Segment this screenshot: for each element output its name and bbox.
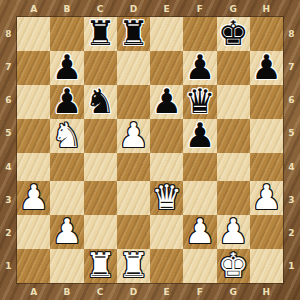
square-f6[interactable]: ♛ [183, 85, 216, 119]
rank-label: 2 [283, 217, 300, 250]
square-c5[interactable] [84, 119, 117, 153]
white-pawn[interactable]: ♟ [251, 180, 281, 214]
white-rook[interactable]: ♜ [118, 248, 148, 282]
square-d1[interactable]: ♜ [117, 249, 150, 283]
black-pawn[interactable]: ♟ [185, 50, 215, 84]
square-a8[interactable] [17, 17, 50, 51]
rank-label: 5 [283, 117, 300, 150]
rank-label: 5 [0, 117, 17, 150]
square-f8[interactable] [183, 17, 216, 51]
square-a1[interactable] [17, 249, 50, 283]
square-e1[interactable] [150, 249, 183, 283]
square-c2[interactable] [84, 215, 117, 249]
file-label: E [150, 0, 183, 17]
square-h5[interactable] [250, 119, 283, 153]
square-c1[interactable]: ♜ [84, 249, 117, 283]
file-label: F [183, 0, 216, 17]
rank-label: 4 [0, 150, 17, 183]
white-pawn[interactable]: ♟ [118, 118, 148, 152]
square-a6[interactable] [17, 85, 50, 119]
black-knight[interactable]: ♞ [85, 84, 115, 118]
square-e6[interactable]: ♟ [150, 85, 183, 119]
file-label: F [183, 283, 216, 300]
white-knight[interactable]: ♞ [52, 118, 82, 152]
square-e2[interactable] [150, 215, 183, 249]
square-f5[interactable]: ♟ [183, 119, 216, 153]
square-g3[interactable] [217, 181, 250, 215]
rank-label: 2 [0, 217, 17, 250]
black-rook[interactable]: ♜ [85, 16, 115, 50]
square-h7[interactable]: ♟ [250, 51, 283, 85]
white-queen[interactable]: ♛ [151, 180, 181, 214]
square-g1[interactable]: ♚ [217, 249, 250, 283]
rank-labels-right: 87654321 [283, 17, 300, 283]
square-g5[interactable] [217, 119, 250, 153]
square-b7[interactable]: ♟ [50, 51, 83, 85]
white-rook[interactable]: ♜ [85, 248, 115, 282]
square-d4[interactable] [117, 153, 150, 181]
square-c7[interactable] [84, 51, 117, 85]
rank-label: 7 [283, 50, 300, 83]
file-label: D [117, 283, 150, 300]
rank-label: 1 [283, 250, 300, 283]
rank-label: 1 [0, 250, 17, 283]
black-queen[interactable]: ♛ [185, 84, 215, 118]
square-g4[interactable] [217, 153, 250, 181]
black-pawn[interactable]: ♟ [185, 118, 215, 152]
square-b4[interactable] [50, 153, 83, 181]
square-b5[interactable]: ♞ [50, 119, 83, 153]
file-label: G [217, 283, 250, 300]
square-d7[interactable] [117, 51, 150, 85]
square-e5[interactable] [150, 119, 183, 153]
square-h2[interactable] [250, 215, 283, 249]
square-c4[interactable] [84, 153, 117, 181]
square-b8[interactable] [50, 17, 83, 51]
rank-label: 8 [283, 17, 300, 50]
square-d3[interactable] [117, 181, 150, 215]
rank-label: 6 [0, 84, 17, 117]
square-b6[interactable]: ♟ [50, 85, 83, 119]
file-label: A [17, 0, 50, 17]
file-labels-bottom: ABCDEFGH [17, 283, 283, 300]
white-pawn[interactable]: ♟ [18, 180, 48, 214]
file-label: B [50, 283, 83, 300]
square-a5[interactable] [17, 119, 50, 153]
rank-label: 3 [283, 183, 300, 216]
square-f2[interactable]: ♟ [183, 215, 216, 249]
white-king[interactable]: ♚ [218, 248, 248, 282]
square-a7[interactable] [17, 51, 50, 85]
black-pawn[interactable]: ♟ [151, 84, 181, 118]
black-king[interactable]: ♚ [218, 16, 248, 50]
square-f4[interactable] [183, 153, 216, 181]
white-pawn[interactable]: ♟ [218, 214, 248, 248]
rank-label: 8 [0, 17, 17, 50]
square-f1[interactable] [183, 249, 216, 283]
square-d8[interactable]: ♜ [117, 17, 150, 51]
file-label: B [50, 0, 83, 17]
rank-label: 7 [0, 50, 17, 83]
square-c6[interactable]: ♞ [84, 85, 117, 119]
rank-labels-left: 87654321 [0, 17, 17, 283]
chess-board-frame: ABCDEFGH ABCDEFGH 87654321 87654321 ♜♜♚♟… [0, 0, 300, 300]
square-h3[interactable]: ♟ [250, 181, 283, 215]
square-g8[interactable]: ♚ [217, 17, 250, 51]
square-h8[interactable] [250, 17, 283, 51]
square-g7[interactable] [217, 51, 250, 85]
square-e8[interactable] [150, 17, 183, 51]
square-g6[interactable] [217, 85, 250, 119]
square-b3[interactable] [50, 181, 83, 215]
square-d2[interactable] [117, 215, 150, 249]
black-rook[interactable]: ♜ [118, 16, 148, 50]
black-pawn[interactable]: ♟ [251, 50, 281, 84]
white-pawn[interactable]: ♟ [185, 214, 215, 248]
file-label: C [84, 283, 117, 300]
square-g2[interactable]: ♟ [217, 215, 250, 249]
square-c8[interactable]: ♜ [84, 17, 117, 51]
file-label: H [250, 0, 283, 17]
square-c3[interactable] [84, 181, 117, 215]
square-d6[interactable] [117, 85, 150, 119]
square-h1[interactable] [250, 249, 283, 283]
board: ♜♜♚♟♟♟♟♞♟♛♞♟♟♟♛♟♟♟♟♜♜♚ [17, 17, 283, 283]
square-f3[interactable] [183, 181, 216, 215]
file-label: E [150, 283, 183, 300]
square-f7[interactable]: ♟ [183, 51, 216, 85]
rank-label: 3 [0, 183, 17, 216]
file-label: H [250, 283, 283, 300]
white-pawn[interactable]: ♟ [52, 214, 82, 248]
rank-label: 6 [283, 84, 300, 117]
square-a3[interactable]: ♟ [17, 181, 50, 215]
square-d5[interactable]: ♟ [117, 119, 150, 153]
file-label: A [17, 283, 50, 300]
square-h6[interactable] [250, 85, 283, 119]
square-e7[interactable] [150, 51, 183, 85]
square-b2[interactable]: ♟ [50, 215, 83, 249]
square-a2[interactable] [17, 215, 50, 249]
square-b1[interactable] [50, 249, 83, 283]
square-e3[interactable]: ♛ [150, 181, 183, 215]
rank-label: 4 [283, 150, 300, 183]
black-pawn[interactable]: ♟ [52, 50, 82, 84]
black-pawn[interactable]: ♟ [52, 84, 82, 118]
